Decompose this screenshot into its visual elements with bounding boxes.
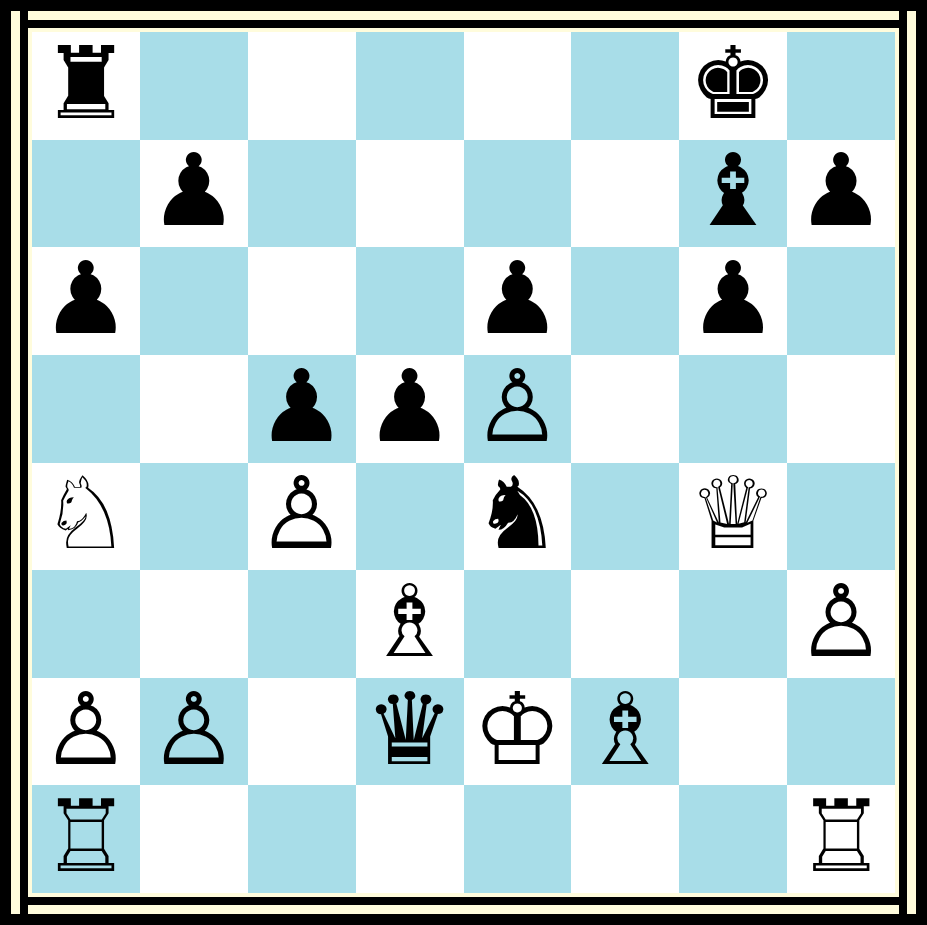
- frame-inner-rule-bottom: [20, 897, 907, 905]
- square-a4[interactable]: ♘: [32, 463, 140, 571]
- black-pawn-b7: ♟: [149, 141, 239, 241]
- square-h8[interactable]: [787, 32, 895, 140]
- black-bishop-g7: ♝: [688, 141, 778, 241]
- square-e1[interactable]: [464, 785, 572, 893]
- square-b6[interactable]: [140, 247, 248, 355]
- white-bishop-f2: ♗: [580, 680, 670, 780]
- square-d3[interactable]: ♗: [356, 570, 464, 678]
- square-a3[interactable]: [32, 570, 140, 678]
- square-c8[interactable]: [248, 32, 356, 140]
- white-pawn-b2: ♙: [149, 680, 239, 780]
- black-knight-e4: ♞: [473, 464, 563, 564]
- square-h7[interactable]: ♟: [787, 140, 895, 248]
- square-a5[interactable]: [32, 355, 140, 463]
- chess-board: ♜♚♟♝♟♟♟♟♟♟♙♘♙♞♕♗♙♙♙♛♔♗♖♖: [32, 32, 895, 893]
- square-e2[interactable]: ♔: [464, 678, 572, 786]
- square-g3[interactable]: [679, 570, 787, 678]
- square-g8[interactable]: ♚: [679, 32, 787, 140]
- square-h6[interactable]: [787, 247, 895, 355]
- black-pawn-d5: ♟: [365, 357, 455, 457]
- square-f5[interactable]: [571, 355, 679, 463]
- square-h1[interactable]: ♖: [787, 785, 895, 893]
- black-pawn-a6: ♟: [41, 249, 131, 349]
- square-a7[interactable]: [32, 140, 140, 248]
- square-b3[interactable]: [140, 570, 248, 678]
- square-f4[interactable]: [571, 463, 679, 571]
- square-a8[interactable]: ♜: [32, 32, 140, 140]
- square-a2[interactable]: ♙: [32, 678, 140, 786]
- square-h4[interactable]: [787, 463, 895, 571]
- square-b2[interactable]: ♙: [140, 678, 248, 786]
- black-pawn-g6: ♟: [688, 249, 778, 349]
- square-d7[interactable]: [356, 140, 464, 248]
- square-b5[interactable]: [140, 355, 248, 463]
- white-rook-a1: ♖: [41, 787, 131, 887]
- square-f1[interactable]: [571, 785, 679, 893]
- square-c4[interactable]: ♙: [248, 463, 356, 571]
- square-g6[interactable]: ♟: [679, 247, 787, 355]
- white-pawn-a2: ♙: [41, 680, 131, 780]
- square-e7[interactable]: [464, 140, 572, 248]
- square-g1[interactable]: [679, 785, 787, 893]
- square-d8[interactable]: [356, 32, 464, 140]
- white-rook-h1: ♖: [796, 787, 886, 887]
- square-b4[interactable]: [140, 463, 248, 571]
- square-c7[interactable]: [248, 140, 356, 248]
- square-f3[interactable]: [571, 570, 679, 678]
- square-d6[interactable]: [356, 247, 464, 355]
- square-e5[interactable]: ♙: [464, 355, 572, 463]
- black-queen-d2: ♛: [365, 680, 455, 780]
- frame-inner-rule-top: [20, 20, 907, 28]
- white-queen-g4: ♕: [688, 464, 778, 564]
- square-d2[interactable]: ♛: [356, 678, 464, 786]
- square-b7[interactable]: ♟: [140, 140, 248, 248]
- square-h2[interactable]: [787, 678, 895, 786]
- square-c6[interactable]: [248, 247, 356, 355]
- square-a6[interactable]: ♟: [32, 247, 140, 355]
- square-h3[interactable]: ♙: [787, 570, 895, 678]
- square-f6[interactable]: [571, 247, 679, 355]
- square-e4[interactable]: ♞: [464, 463, 572, 571]
- chess-diagram: ♜♚♟♝♟♟♟♟♟♟♙♘♙♞♕♗♙♙♙♛♔♗♖♖: [0, 0, 927, 925]
- white-king-e2: ♔: [473, 680, 563, 780]
- square-e3[interactable]: [464, 570, 572, 678]
- white-bishop-d3: ♗: [365, 572, 455, 672]
- square-c2[interactable]: [248, 678, 356, 786]
- square-c5[interactable]: ♟: [248, 355, 356, 463]
- square-f8[interactable]: [571, 32, 679, 140]
- square-d5[interactable]: ♟: [356, 355, 464, 463]
- square-c1[interactable]: [248, 785, 356, 893]
- white-pawn-c4: ♙: [257, 464, 347, 564]
- black-pawn-c5: ♟: [257, 357, 347, 457]
- black-pawn-e6: ♟: [473, 249, 563, 349]
- black-rook-a8: ♜: [41, 34, 131, 134]
- square-d1[interactable]: [356, 785, 464, 893]
- frame-inner-rule-left: [20, 11, 28, 914]
- square-e8[interactable]: [464, 32, 572, 140]
- square-b1[interactable]: [140, 785, 248, 893]
- square-h5[interactable]: [787, 355, 895, 463]
- square-f2[interactable]: ♗: [571, 678, 679, 786]
- square-g4[interactable]: ♕: [679, 463, 787, 571]
- square-g7[interactable]: ♝: [679, 140, 787, 248]
- square-c3[interactable]: [248, 570, 356, 678]
- frame-inner-rule-right: [899, 11, 907, 914]
- white-pawn-h3: ♙: [796, 572, 886, 672]
- black-pawn-h7: ♟: [796, 141, 886, 241]
- square-g5[interactable]: [679, 355, 787, 463]
- square-f7[interactable]: [571, 140, 679, 248]
- white-knight-a4: ♘: [41, 464, 131, 564]
- square-b8[interactable]: [140, 32, 248, 140]
- square-a1[interactable]: ♖: [32, 785, 140, 893]
- black-king-g8: ♚: [688, 34, 778, 134]
- square-g2[interactable]: [679, 678, 787, 786]
- white-pawn-e5: ♙: [473, 357, 563, 457]
- square-e6[interactable]: ♟: [464, 247, 572, 355]
- square-d4[interactable]: [356, 463, 464, 571]
